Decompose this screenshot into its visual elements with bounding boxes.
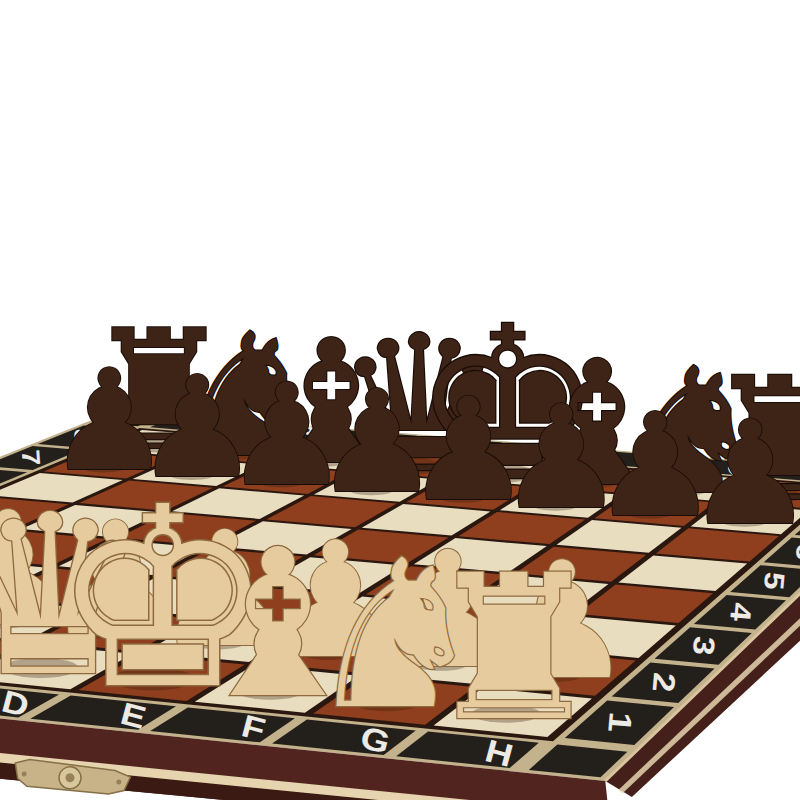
chess-board-scene: ABCDDEEFFGGHH1234566778♜♞♝♛♚♝♞♜♟♟♟♟♟♟♟♟♟… <box>0 0 800 800</box>
rank-label-left-7: 7 <box>16 449 45 467</box>
rank-label-2: 2 <box>646 671 682 693</box>
piece-black-pawn-h7[interactable]: ♟ <box>686 390 800 557</box>
rank-label-5: 5 <box>758 571 790 591</box>
chess-set-photo: ABCDDEEFFGGHH1234566778♜♞♝♛♚♝♞♜♟♟♟♟♟♟♟♟♟… <box>0 0 800 800</box>
rank-label-3: 3 <box>686 635 721 657</box>
rank-label-4: 4 <box>724 601 758 623</box>
piece-white-rook-h1[interactable]: ♜ <box>424 532 604 765</box>
